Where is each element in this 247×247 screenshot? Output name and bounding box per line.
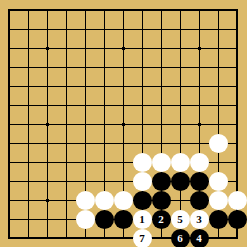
move-5-stone-white: 5 [171,210,190,229]
stone-black [190,172,209,191]
stone-white [114,191,133,210]
stone-white [209,172,228,191]
move-3-stone-white: 3 [190,210,209,229]
stone-white [152,153,171,172]
star-point [122,123,125,126]
stone-white [171,153,190,172]
stone-black [95,210,114,229]
move-1-stone-white: 1 [133,210,152,229]
stone-black [152,172,171,191]
star-point [46,199,49,202]
stone-white [209,134,228,153]
move-4-stone-black: 4 [190,229,209,247]
move-7-stone-white: 7 [133,229,152,247]
stone-black [133,191,152,210]
stone-white [95,191,114,210]
stone-black [114,210,133,229]
stone-black [152,191,171,210]
star-point [198,47,201,50]
move-6-stone-black: 6 [171,229,190,247]
stone-white [133,153,152,172]
stone-black [209,210,228,229]
stone-white [133,172,152,191]
star-point [46,47,49,50]
star-point [122,47,125,50]
stone-black [228,210,247,229]
stone-white [228,191,247,210]
go-board-diagram: 1253764 [0,0,247,247]
stones-layer: 1253764 [0,1,247,247]
move-2-stone-black: 2 [152,210,171,229]
stone-white [76,191,95,210]
stone-white [76,210,95,229]
star-point [46,123,49,126]
stone-black [171,172,190,191]
stone-white [190,153,209,172]
star-point [198,123,201,126]
stone-white [209,191,228,210]
stone-black [190,191,209,210]
